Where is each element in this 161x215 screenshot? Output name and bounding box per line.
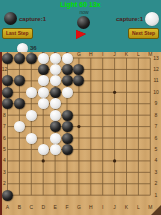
coord-number-left: 6 — [3, 136, 6, 141]
go-stone-white-D13[interactable] — [38, 53, 49, 64]
coord-letter-top: M — [148, 52, 152, 57]
coord-number-left: 4 — [3, 158, 6, 163]
coord-number-right: 4 — [155, 158, 158, 163]
go-stone-white-E12[interactable] — [50, 64, 61, 75]
white-capture-counter: capture:1 — [116, 12, 159, 26]
coord-number-right: 3 — [155, 170, 158, 175]
next-step-button[interactable]: Next Step — [128, 28, 159, 39]
black-capture-label: capture:1 — [19, 16, 46, 22]
coord-letter-top: L — [137, 52, 140, 57]
go-stone-white-D11[interactable] — [38, 75, 49, 86]
coord-number-left: 12 — [2, 67, 8, 72]
coord-number-left: 2 — [3, 181, 6, 186]
coord-letter-bottom: F — [65, 205, 68, 210]
go-stone-white-D5[interactable] — [38, 144, 49, 155]
coord-letter-bottom: L — [137, 205, 140, 210]
coord-number-right: 10 — [153, 90, 159, 95]
go-board[interactable]: AABBCCDDEEFFGGHHIIJJKKLLMM13131212111110… — [0, 52, 161, 215]
go-stone-black-A10[interactable] — [2, 87, 13, 98]
app-title: Light 60 13x — [0, 1, 161, 8]
coord-number-left: 5 — [3, 147, 6, 152]
go-stone-white-F10[interactable] — [62, 87, 73, 98]
black-capture-counter: capture:1 — [4, 12, 46, 25]
play-icon[interactable] — [76, 30, 86, 39]
coord-letter-bottom: G — [77, 205, 81, 210]
coord-letter-top: J — [113, 52, 116, 57]
coord-number-right: 8 — [155, 113, 158, 118]
coord-letter-top: G — [77, 52, 81, 57]
coord-number-right: 7 — [155, 124, 158, 129]
coord-number-right: 2 — [155, 181, 158, 186]
go-stone-black-F11[interactable] — [62, 75, 73, 86]
coord-letter-bottom: K — [125, 205, 128, 210]
go-app-window: Light 60 13x capture:1 capture:1 now Las… — [0, 0, 161, 215]
coord-letter-top: I — [102, 52, 103, 57]
coord-letter-bottom: D — [41, 205, 45, 210]
go-stone-white-C6[interactable] — [26, 133, 37, 144]
go-stone-black-E10[interactable] — [50, 87, 61, 98]
turn-stone-icon — [77, 16, 90, 29]
coord-number-right: 5 — [155, 147, 158, 152]
go-stone-black-F8[interactable] — [62, 110, 73, 121]
go-stone-black-F7[interactable] — [62, 121, 73, 132]
coord-letter-top: H — [89, 52, 93, 57]
coord-letter-bottom: J — [113, 205, 116, 210]
coord-letter-bottom: E — [53, 205, 56, 210]
coord-number-right: 1 — [155, 193, 158, 198]
coord-number-left: 3 — [3, 170, 6, 175]
go-stone-white-E8[interactable] — [50, 110, 61, 121]
turn-label: now — [70, 9, 98, 15]
go-stone-white-C10[interactable] — [26, 87, 37, 98]
black-stone-icon — [4, 12, 17, 25]
coord-number-right: 9 — [155, 101, 158, 106]
go-stone-black-C13[interactable] — [26, 53, 37, 64]
go-stone-white-D10[interactable] — [38, 87, 49, 98]
white-stone-icon — [145, 12, 159, 26]
last-step-button[interactable]: Last Step — [2, 28, 33, 39]
go-stone-white-E9[interactable] — [50, 98, 61, 109]
go-stone-white-E13[interactable] — [50, 53, 61, 64]
coord-letter-bottom: B — [18, 205, 21, 210]
coord-number-left: 7 — [3, 124, 6, 129]
coord-number-left: 8 — [3, 113, 6, 118]
go-stone-white-E5[interactable] — [50, 144, 61, 155]
go-stone-black-A1[interactable] — [2, 190, 13, 201]
coord-letter-bottom: C — [29, 205, 33, 210]
coord-letter-bottom: H — [89, 205, 93, 210]
white-capture-label: capture:1 — [116, 16, 143, 22]
go-stone-black-A13[interactable] — [2, 53, 13, 64]
coord-number-right: 6 — [155, 136, 158, 141]
coord-letter-top: K — [125, 52, 128, 57]
coord-number-right: 12 — [153, 67, 159, 72]
go-stone-black-D12[interactable] — [38, 64, 49, 75]
go-stone-white-D9[interactable] — [38, 98, 49, 109]
go-stone-white-C8[interactable] — [26, 110, 37, 121]
coord-letter-bottom: I — [102, 205, 103, 210]
go-stone-black-F5[interactable] — [62, 144, 73, 155]
coord-number-right: 13 — [153, 56, 159, 61]
coord-number-right: 11 — [153, 78, 158, 83]
go-stone-white-F13[interactable] — [62, 53, 73, 64]
go-stone-black-B13[interactable] — [14, 53, 25, 64]
go-stone-white-B7[interactable] — [14, 121, 25, 132]
go-stone-black-F12[interactable] — [62, 64, 73, 75]
page-corner-fold — [151, 205, 161, 215]
go-stone-white-E11[interactable] — [50, 75, 61, 86]
go-stone-white-E6[interactable] — [50, 133, 61, 144]
go-stone-black-F6[interactable] — [62, 133, 73, 144]
coord-letter-bottom: A — [6, 205, 9, 210]
go-stone-black-E7[interactable] — [50, 121, 61, 132]
